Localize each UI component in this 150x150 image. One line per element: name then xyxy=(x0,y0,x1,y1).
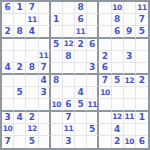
cell-r6c2[interactable]: 2 xyxy=(14,63,26,75)
cell-r9c2[interactable] xyxy=(14,99,26,111)
cell-r4c12[interactable] xyxy=(136,39,148,51)
cell-r9c5[interactable]: 10 xyxy=(51,99,63,111)
cell-r5c7[interactable] xyxy=(75,51,87,63)
cell-r9c7[interactable]: 5 xyxy=(75,99,87,111)
cell-r12c7[interactable] xyxy=(75,136,87,148)
cell-r12c11[interactable]: 10 xyxy=(124,136,136,148)
cell-r9c3[interactable] xyxy=(26,99,38,111)
cell-r3c4[interactable] xyxy=(39,26,51,38)
cell-r9c11[interactable] xyxy=(124,99,136,111)
cell-r11c6[interactable]: 11 xyxy=(63,124,75,136)
cell-r1c7[interactable]: 8 xyxy=(75,2,87,14)
cell-r3c9[interactable] xyxy=(99,26,111,38)
cell-r10c1[interactable]: 3 xyxy=(2,112,14,124)
cell-r10c9[interactable] xyxy=(99,112,111,124)
cell-r8c8[interactable] xyxy=(87,87,99,99)
cell-r12c5[interactable] xyxy=(51,136,63,148)
cell-r6c8[interactable]: 3 xyxy=(87,63,99,75)
cell-r12c12[interactable]: 6 xyxy=(136,136,148,148)
cell-r3c11[interactable]: 9 xyxy=(124,26,136,38)
cell-r5c2[interactable] xyxy=(14,51,26,63)
cell-r2c5[interactable]: 1 xyxy=(51,14,63,26)
cell-r8c10[interactable] xyxy=(112,87,124,99)
cell-r9c10[interactable] xyxy=(112,99,124,111)
cell-r1c2[interactable]: 1 xyxy=(14,2,26,14)
cell-r9c6[interactable]: 6 xyxy=(63,99,75,111)
cell-r7c4[interactable]: 4 xyxy=(39,75,51,87)
cell-r5c12[interactable] xyxy=(136,51,148,63)
cell-r12c9[interactable] xyxy=(99,136,111,148)
cell-r12c6[interactable]: 3 xyxy=(63,136,75,148)
cell-r11c4[interactable] xyxy=(39,124,51,136)
cell-r7c8[interactable] xyxy=(87,75,99,87)
cell-r1c3[interactable]: 7 xyxy=(26,2,38,14)
cell-r5c6[interactable]: 8 xyxy=(63,51,75,63)
cell-r5c3[interactable] xyxy=(26,51,38,63)
cell-r12c8[interactable] xyxy=(87,136,99,148)
cell-r8c7[interactable]: 4 xyxy=(75,87,87,99)
cell-r2c1[interactable] xyxy=(2,14,14,26)
cell-r1c8[interactable] xyxy=(87,2,99,14)
cell-r3c1[interactable]: 2 xyxy=(2,26,14,38)
cell-r8c1[interactable] xyxy=(2,87,14,99)
cell-r11c9[interactable] xyxy=(99,124,111,136)
cell-r4c10[interactable] xyxy=(112,39,124,51)
cell-r2c11[interactable] xyxy=(124,14,136,26)
cell-r10c5[interactable] xyxy=(51,112,63,124)
cell-r10c10[interactable]: 12 xyxy=(112,112,124,124)
cell-r7c3[interactable] xyxy=(26,75,38,87)
cell-r1c11[interactable] xyxy=(124,2,136,14)
cell-r3c6[interactable] xyxy=(63,26,75,38)
cell-r8c5[interactable] xyxy=(51,87,63,99)
cell-r11c7[interactable] xyxy=(75,124,87,136)
cell-r9c8[interactable]: 11 xyxy=(87,99,99,111)
cell-r5c9[interactable]: 2 xyxy=(99,51,111,63)
cell-r7c11[interactable]: 12 xyxy=(124,75,136,87)
cell-r10c4[interactable] xyxy=(39,112,51,124)
cell-r7c7[interactable] xyxy=(75,75,87,87)
cell-r11c8[interactable]: 5 xyxy=(87,124,99,136)
cell-r8c3[interactable] xyxy=(26,87,38,99)
cell-r2c6[interactable] xyxy=(63,14,75,26)
cell-r8c9[interactable]: 10 xyxy=(99,87,111,99)
cell-r7c6[interactable] xyxy=(63,75,75,87)
cell-r3c12[interactable]: 5 xyxy=(136,26,148,38)
cell-r6c9[interactable]: 6 xyxy=(99,63,111,75)
cell-r4c2[interactable] xyxy=(14,39,26,51)
cell-r1c5[interactable] xyxy=(51,2,63,14)
cell-r5c5[interactable] xyxy=(51,51,63,63)
cell-r2c10[interactable]: 8 xyxy=(112,14,124,26)
cell-r2c8[interactable] xyxy=(87,14,99,26)
cell-r1c4[interactable] xyxy=(39,2,51,14)
cell-r6c7[interactable] xyxy=(75,63,87,75)
cell-r8c4[interactable]: 3 xyxy=(39,87,51,99)
cell-r4c6[interactable]: 12 xyxy=(63,39,75,51)
cell-r11c3[interactable]: 12 xyxy=(26,124,38,136)
cell-r6c4[interactable]: 7 xyxy=(39,63,51,75)
cell-r10c12[interactable]: 1 xyxy=(136,112,148,124)
cell-r4c8[interactable]: 6 xyxy=(87,39,99,51)
cell-r10c11[interactable]: 11 xyxy=(124,112,136,124)
cell-r7c1[interactable] xyxy=(2,75,14,87)
cell-r1c12[interactable]: 11 xyxy=(136,2,148,14)
cell-r9c9[interactable] xyxy=(99,99,111,111)
cell-r6c12[interactable] xyxy=(136,63,148,75)
cell-r2c9[interactable] xyxy=(99,14,111,26)
cell-r1c9[interactable] xyxy=(99,2,111,14)
cell-r6c10[interactable] xyxy=(112,63,124,75)
cell-r2c4[interactable] xyxy=(39,14,51,26)
cell-r4c11[interactable] xyxy=(124,39,136,51)
cell-r7c9[interactable]: 7 xyxy=(99,75,111,87)
cell-r4c9[interactable] xyxy=(99,39,111,51)
cell-r3c5[interactable] xyxy=(51,26,63,38)
cell-r11c5[interactable] xyxy=(51,124,63,136)
cell-r3c2[interactable]: 8 xyxy=(14,26,26,38)
cell-r9c1[interactable] xyxy=(2,99,14,111)
cell-r3c10[interactable]: 6 xyxy=(112,26,124,38)
cell-r5c10[interactable] xyxy=(112,51,124,63)
cell-r7c10[interactable]: 5 xyxy=(112,75,124,87)
cell-r6c5[interactable] xyxy=(51,63,63,75)
cell-r5c1[interactable] xyxy=(2,51,14,63)
cell-r1c1[interactable]: 6 xyxy=(2,2,14,14)
cell-r5c11[interactable]: 3 xyxy=(124,51,136,63)
cell-r12c10[interactable]: 2 xyxy=(112,136,124,148)
cell-r9c12[interactable] xyxy=(136,99,148,111)
cell-r11c10[interactable]: 4 xyxy=(112,124,124,136)
cell-r12c2[interactable] xyxy=(14,136,26,148)
cell-r8c12[interactable] xyxy=(136,87,148,99)
cell-r10c8[interactable] xyxy=(87,112,99,124)
cell-r6c6[interactable] xyxy=(63,63,75,75)
cell-r4c1[interactable] xyxy=(2,39,14,51)
cell-r1c6[interactable] xyxy=(63,2,75,14)
cell-r9c4[interactable] xyxy=(39,99,51,111)
sudoku-board: 6178101111168728411695512261182342873648… xyxy=(0,0,150,150)
cell-r4c3[interactable] xyxy=(26,39,38,51)
cell-r2c12[interactable]: 7 xyxy=(136,14,148,26)
cell-r6c1[interactable]: 4 xyxy=(2,63,14,75)
cell-r7c2[interactable] xyxy=(14,75,26,87)
cell-r7c12[interactable]: 2 xyxy=(136,75,148,87)
cell-r8c2[interactable]: 5 xyxy=(14,87,26,99)
cell-r10c3[interactable]: 2 xyxy=(26,112,38,124)
cell-r10c6[interactable]: 7 xyxy=(63,112,75,124)
cell-r7c5[interactable]: 8 xyxy=(51,75,63,87)
cell-r3c3[interactable]: 4 xyxy=(26,26,38,38)
cell-r11c1[interactable]: 10 xyxy=(2,124,14,136)
cell-r1c10[interactable]: 10 xyxy=(112,2,124,14)
cell-r2c7[interactable]: 6 xyxy=(75,14,87,26)
cell-r12c4[interactable] xyxy=(39,136,51,148)
cell-r5c4[interactable]: 11 xyxy=(39,51,51,63)
cell-r8c6[interactable] xyxy=(63,87,75,99)
cell-r4c4[interactable] xyxy=(39,39,51,51)
cell-r11c2[interactable] xyxy=(14,124,26,136)
cell-r12c1[interactable]: 7 xyxy=(2,136,14,148)
cell-r12c3[interactable]: 5 xyxy=(26,136,38,148)
cell-r5c8[interactable] xyxy=(87,51,99,63)
cell-r4c7[interactable]: 2 xyxy=(75,39,87,51)
cell-r3c8[interactable] xyxy=(87,26,99,38)
cell-r10c2[interactable]: 4 xyxy=(14,112,26,124)
cell-r6c3[interactable]: 8 xyxy=(26,63,38,75)
cell-r8c11[interactable] xyxy=(124,87,136,99)
cell-r11c12[interactable] xyxy=(136,124,148,136)
cell-r6c11[interactable] xyxy=(124,63,136,75)
cell-r10c7[interactable] xyxy=(75,112,87,124)
cell-r2c2[interactable] xyxy=(14,14,26,26)
cell-r11c11[interactable] xyxy=(124,124,136,136)
cell-r2c3[interactable]: 11 xyxy=(26,14,38,26)
cell-r4c5[interactable]: 5 xyxy=(51,39,63,51)
cell-r3c7[interactable]: 11 xyxy=(75,26,87,38)
